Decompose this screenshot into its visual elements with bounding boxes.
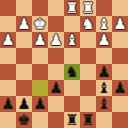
square-f5[interactable] [32,64,48,80]
square-a8[interactable] [112,112,128,128]
square-b8[interactable] [96,112,112,128]
square-h7[interactable]: ♟ [0,96,16,112]
piece-black-pawn[interactable]: ♟ [49,80,62,96]
square-g1[interactable] [16,0,32,16]
square-g5[interactable] [16,64,32,80]
square-g4[interactable] [16,48,32,64]
square-d3[interactable]: ♝ [64,32,80,48]
piece-white-bishop[interactable]: ♝ [97,16,110,32]
square-b3[interactable]: ♟ [96,32,112,48]
piece-white-rook[interactable]: ♜ [81,0,94,16]
square-g6[interactable] [16,80,32,96]
square-d7[interactable] [64,96,80,112]
square-h2[interactable] [0,16,16,32]
square-b2[interactable]: ♝ [96,16,112,32]
square-f2[interactable]: ♚ [32,16,48,32]
square-b7[interactable]: ♝ [96,96,112,112]
square-h3[interactable]: ♟ [0,32,16,48]
square-b4[interactable] [96,48,112,64]
square-b1[interactable] [96,0,112,16]
square-h4[interactable] [0,48,16,64]
square-c7[interactable] [80,96,96,112]
piece-black-rook[interactable]: ♜ [81,112,94,128]
piece-black-bishop[interactable]: ♝ [97,80,110,96]
square-d2[interactable] [64,16,80,32]
piece-black-rook[interactable]: ♜ [65,112,78,128]
square-a7[interactable] [112,96,128,112]
square-g3[interactable] [16,32,32,48]
piece-black-knight[interactable]: ♞ [65,64,78,80]
square-g8[interactable]: ♚ [16,112,32,128]
chess-board: ♜♜♟♚♞♝♟♟♟♟♝♟♞♟♟♝♟♟♟♟♝♚♜♜ [0,0,128,128]
piece-black-king[interactable]: ♚ [17,112,30,128]
square-e2[interactable] [48,16,64,32]
piece-white-pawn[interactable]: ♟ [17,16,30,32]
square-a3[interactable] [112,32,128,48]
piece-black-pawn[interactable]: ♟ [17,96,30,112]
square-c5[interactable] [80,64,96,80]
square-e1[interactable] [48,0,64,16]
square-e4[interactable] [48,48,64,64]
square-a2[interactable]: ♟ [112,16,128,32]
square-d1[interactable]: ♜ [64,0,80,16]
square-e7[interactable] [48,96,64,112]
square-h5[interactable] [0,64,16,80]
piece-black-pawn[interactable]: ♟ [113,80,126,96]
square-e6[interactable]: ♟ [48,80,64,96]
square-d5[interactable]: ♞ [64,64,80,80]
piece-black-pawn[interactable]: ♟ [97,64,110,80]
square-c4[interactable] [80,48,96,64]
square-h6[interactable] [0,80,16,96]
square-c1[interactable]: ♜ [80,0,96,16]
square-d4[interactable] [64,48,80,64]
square-f8[interactable] [32,112,48,128]
piece-black-pawn[interactable]: ♟ [1,96,14,112]
square-f1[interactable] [32,0,48,16]
square-f3[interactable]: ♟ [32,32,48,48]
piece-black-bishop[interactable]: ♝ [97,96,110,112]
square-b6[interactable]: ♝ [96,80,112,96]
square-e5[interactable] [48,64,64,80]
piece-white-pawn[interactable]: ♟ [33,32,46,48]
square-a6[interactable]: ♟ [112,80,128,96]
square-e8[interactable] [48,112,64,128]
square-b5[interactable]: ♟ [96,64,112,80]
piece-white-king[interactable]: ♚ [33,16,46,32]
square-a4[interactable] [112,48,128,64]
square-g2[interactable]: ♟ [16,16,32,32]
square-a1[interactable] [112,0,128,16]
square-c3[interactable] [80,32,96,48]
square-g7[interactable]: ♟ [16,96,32,112]
piece-white-rook[interactable]: ♜ [65,0,78,16]
square-f4[interactable] [32,48,48,64]
square-d6[interactable] [64,80,80,96]
square-f6[interactable] [32,80,48,96]
piece-white-knight[interactable]: ♞ [81,16,94,32]
square-c2[interactable]: ♞ [80,16,96,32]
square-c8[interactable]: ♜ [80,112,96,128]
piece-white-pawn[interactable]: ♟ [113,16,126,32]
piece-white-pawn[interactable]: ♟ [49,32,62,48]
piece-white-pawn[interactable]: ♟ [97,32,110,48]
square-h8[interactable] [0,112,16,128]
square-h1[interactable] [0,0,16,16]
square-e3[interactable]: ♟ [48,32,64,48]
piece-white-bishop[interactable]: ♝ [65,32,78,48]
piece-black-pawn[interactable]: ♟ [33,96,46,112]
square-d8[interactable]: ♜ [64,112,80,128]
piece-white-pawn[interactable]: ♟ [1,32,14,48]
square-c6[interactable] [80,80,96,96]
square-f7[interactable]: ♟ [32,96,48,112]
square-a5[interactable] [112,64,128,80]
